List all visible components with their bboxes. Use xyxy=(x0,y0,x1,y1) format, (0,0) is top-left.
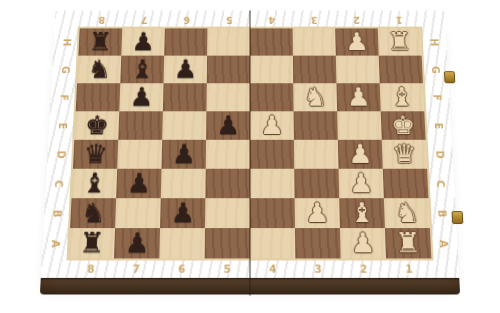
square-a7: ♟ xyxy=(114,228,160,258)
rank-label-7: 7 xyxy=(122,11,165,29)
black-bishop-c8: ♝ xyxy=(72,169,118,198)
square-g2 xyxy=(336,56,380,84)
rank-label-3: 3 xyxy=(295,259,341,280)
black-queen-d8: ♛ xyxy=(73,140,118,169)
file-label-e: E xyxy=(48,111,75,140)
rank-label-6: 6 xyxy=(165,11,208,29)
black-pawn-f7: ♟ xyxy=(119,83,163,111)
rank-label-2: 2 xyxy=(335,11,378,29)
square-d3 xyxy=(294,140,339,169)
square-g7: ♝ xyxy=(120,56,164,84)
square-e6 xyxy=(162,111,206,140)
square-d5 xyxy=(206,140,250,169)
square-b4 xyxy=(250,198,295,228)
square-h5 xyxy=(207,29,250,56)
white-pawn-d2: ♟ xyxy=(338,140,383,169)
file-label-c: C xyxy=(45,169,73,198)
file-label-h: H xyxy=(53,29,80,56)
white-king-e1: ♚ xyxy=(381,111,426,140)
square-b8: ♞ xyxy=(70,198,116,228)
square-e7 xyxy=(118,111,163,140)
frame-corner xyxy=(431,259,459,280)
white-pawn-e4: ♟ xyxy=(250,111,294,140)
square-f6 xyxy=(163,83,207,111)
square-d6: ♟ xyxy=(161,140,206,169)
frame-corner xyxy=(419,11,445,29)
rank-label-8: 8 xyxy=(80,11,123,29)
square-e8: ♚ xyxy=(74,111,119,140)
black-pawn-c7: ♟ xyxy=(116,169,161,198)
file-label-d: D xyxy=(47,140,75,169)
square-g8: ♞ xyxy=(77,56,121,84)
square-d4 xyxy=(250,140,294,169)
square-h3 xyxy=(293,29,336,56)
square-d1: ♛ xyxy=(382,140,427,169)
square-h1: ♜ xyxy=(378,29,422,56)
black-rook-h8: ♜ xyxy=(78,29,122,56)
square-a3 xyxy=(295,228,341,258)
square-c8: ♝ xyxy=(72,169,118,198)
square-c5 xyxy=(205,169,250,198)
square-d2: ♟ xyxy=(338,140,383,169)
file-label-c: C xyxy=(427,169,455,198)
square-a8: ♜ xyxy=(69,228,115,258)
square-e4: ♟ xyxy=(250,111,294,140)
white-pawn-f2: ♟ xyxy=(336,83,380,111)
white-pawn-c2: ♟ xyxy=(339,169,384,198)
board-fold-seam xyxy=(249,11,251,296)
board-frame: 87654321 HGFEDCBA ♜♟♟♜♞♝♟♟♞♟♝♚♟♟♚♛♟♟♛♝♟♟… xyxy=(41,11,460,279)
white-queen-d1: ♛ xyxy=(382,140,427,169)
white-rook-a1: ♜ xyxy=(385,228,431,258)
chess-board: 87654321 HGFEDCBA ♜♟♟♜♞♝♟♟♞♟♝♚♟♟♚♛♟♟♛♝♟♟… xyxy=(40,11,460,295)
square-g5 xyxy=(207,56,250,84)
product-photo-background: 87654321 HGFEDCBA ♜♟♟♜♞♝♟♟♞♟♝♚♟♟♚♛♟♟♛♝♟♟… xyxy=(0,0,500,313)
rank-label-3: 3 xyxy=(292,11,335,29)
square-g4 xyxy=(250,56,293,84)
white-knight-f3: ♞ xyxy=(293,83,337,111)
file-label-a: A xyxy=(430,228,458,258)
white-bishop-f1: ♝ xyxy=(380,83,425,111)
white-pawn-b3: ♟ xyxy=(295,198,340,228)
black-pawn-h7: ♟ xyxy=(121,29,165,56)
brass-hinge-icon xyxy=(444,72,455,84)
rank-label-8: 8 xyxy=(68,259,114,280)
square-h2: ♟ xyxy=(335,29,379,56)
rank-label-1: 1 xyxy=(386,259,432,280)
file-label-f: F xyxy=(50,83,77,111)
white-rook-h1: ♜ xyxy=(378,29,422,56)
square-g6: ♟ xyxy=(164,56,208,84)
square-g1 xyxy=(379,56,423,84)
square-h7: ♟ xyxy=(121,29,165,56)
square-b6: ♟ xyxy=(160,198,205,228)
square-b1: ♞ xyxy=(384,198,430,228)
white-bishop-b2: ♝ xyxy=(339,198,385,228)
rank-label-5: 5 xyxy=(204,259,250,280)
square-h6 xyxy=(164,29,207,56)
square-c7: ♟ xyxy=(116,169,161,198)
square-c3 xyxy=(294,169,339,198)
square-a1: ♜ xyxy=(385,228,431,258)
rank-label-1: 1 xyxy=(377,11,420,29)
white-knight-b1: ♞ xyxy=(384,198,430,228)
square-e1: ♚ xyxy=(381,111,426,140)
black-pawn-g6: ♟ xyxy=(164,56,208,84)
square-h4 xyxy=(250,29,293,56)
file-label-a: A xyxy=(42,228,70,258)
square-g3 xyxy=(293,56,337,84)
square-c2: ♟ xyxy=(339,169,384,198)
white-pawn-a2: ♟ xyxy=(340,228,386,258)
square-b5 xyxy=(205,198,250,228)
black-pawn-a7: ♟ xyxy=(114,228,160,258)
white-pawn-h2: ♟ xyxy=(335,29,379,56)
black-rook-a8: ♜ xyxy=(69,228,115,258)
file-label-f: F xyxy=(423,83,450,111)
frame-corner xyxy=(41,259,69,280)
square-e5: ♟ xyxy=(206,111,250,140)
black-king-e8: ♚ xyxy=(74,111,119,140)
rank-label-7: 7 xyxy=(113,259,159,280)
square-b2: ♝ xyxy=(339,198,385,228)
square-f5 xyxy=(206,83,250,111)
file-label-e: E xyxy=(424,111,451,140)
file-label-g: G xyxy=(52,56,79,84)
square-d7 xyxy=(117,140,162,169)
square-a6 xyxy=(159,228,205,258)
rank-label-2: 2 xyxy=(341,259,387,280)
square-b3: ♟ xyxy=(295,198,340,228)
file-label-d: D xyxy=(426,140,454,169)
black-knight-b8: ♞ xyxy=(70,198,116,228)
file-label-b: B xyxy=(44,198,72,228)
black-knight-g8: ♞ xyxy=(77,56,121,84)
square-d8: ♛ xyxy=(73,140,118,169)
square-a4 xyxy=(250,228,295,258)
square-c4 xyxy=(250,169,295,198)
square-h8: ♜ xyxy=(78,29,122,56)
square-f3: ♞ xyxy=(293,83,337,111)
frame-corner xyxy=(55,11,81,29)
file-label-h: H xyxy=(420,29,447,56)
square-f8 xyxy=(76,83,121,111)
square-a5 xyxy=(205,228,250,258)
square-e3 xyxy=(294,111,338,140)
square-e2 xyxy=(337,111,382,140)
square-b7 xyxy=(115,198,161,228)
rank-label-4: 4 xyxy=(250,11,293,29)
black-pawn-d6: ♟ xyxy=(161,140,206,169)
square-f4 xyxy=(250,83,294,111)
rank-label-5: 5 xyxy=(207,11,250,29)
square-a2: ♟ xyxy=(340,228,386,258)
square-f1: ♝ xyxy=(380,83,425,111)
black-pawn-b6: ♟ xyxy=(160,198,205,228)
square-c6 xyxy=(161,169,206,198)
rank-label-4: 4 xyxy=(250,259,296,280)
black-bishop-g7: ♝ xyxy=(120,56,164,84)
square-f7: ♟ xyxy=(119,83,163,111)
rank-label-6: 6 xyxy=(159,259,205,280)
square-f2: ♟ xyxy=(336,83,380,111)
square-c1 xyxy=(383,169,429,198)
brass-latch-icon xyxy=(451,211,463,224)
black-pawn-e5: ♟ xyxy=(206,111,250,140)
